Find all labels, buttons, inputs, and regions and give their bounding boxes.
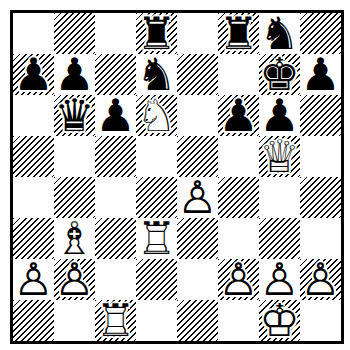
square-h1[interactable]: [300, 300, 341, 341]
square-b6[interactable]: ♛: [54, 95, 95, 136]
piece-outline: ♖: [95, 300, 136, 341]
piece-outline: ♙: [13, 259, 54, 300]
white-pawn-e4[interactable]: ♟♙: [177, 177, 218, 218]
piece-outline: ♕: [259, 136, 300, 177]
square-g1[interactable]: ♚♔: [259, 300, 300, 341]
white-knight-d6[interactable]: ♞♘: [136, 95, 177, 136]
square-h6[interactable]: [300, 95, 341, 136]
white-rook-c1[interactable]: ♜♖: [95, 300, 136, 341]
black-queen-b6[interactable]: ♛: [54, 95, 95, 136]
piece-glyph: ♟: [95, 95, 136, 136]
piece-glyph: ♛: [54, 95, 95, 136]
square-e3[interactable]: [177, 218, 218, 259]
white-pawn-a2[interactable]: ♟♙: [13, 259, 54, 300]
square-c8[interactable]: [95, 13, 136, 54]
square-a1[interactable]: [13, 300, 54, 341]
square-f5[interactable]: [218, 136, 259, 177]
square-d2[interactable]: [136, 259, 177, 300]
square-h4[interactable]: [300, 177, 341, 218]
piece-outline: ♙: [218, 259, 259, 300]
white-king-g1[interactable]: ♚♔: [259, 300, 300, 341]
square-e4[interactable]: ♟♙: [177, 177, 218, 218]
square-a5[interactable]: [13, 136, 54, 177]
square-f2[interactable]: ♟♙: [218, 259, 259, 300]
white-pawn-f2[interactable]: ♟♙: [218, 259, 259, 300]
square-e2[interactable]: [177, 259, 218, 300]
square-f1[interactable]: [218, 300, 259, 341]
square-g5[interactable]: ♛♕: [259, 136, 300, 177]
chess-board: ♜♜♞♟♟♞♚♟♛♟♞♘♟♟♛♕♟♙♝♗♜♖♟♙♟♙♟♙♟♙♟♙♜♖♚♔: [10, 10, 344, 344]
square-g4[interactable]: [259, 177, 300, 218]
square-d5[interactable]: [136, 136, 177, 177]
square-e6[interactable]: [177, 95, 218, 136]
square-f6[interactable]: ♟: [218, 95, 259, 136]
square-e8[interactable]: [177, 13, 218, 54]
square-b1[interactable]: [54, 300, 95, 341]
square-f8[interactable]: ♜: [218, 13, 259, 54]
white-pawn-b2[interactable]: ♟♙: [54, 259, 95, 300]
black-pawn-f6[interactable]: ♟: [218, 95, 259, 136]
square-f4[interactable]: [218, 177, 259, 218]
board-grid: ♜♜♞♟♟♞♚♟♛♟♞♘♟♟♛♕♟♙♝♗♜♖♟♙♟♙♟♙♟♙♟♙♜♖♚♔: [13, 13, 341, 341]
square-b2[interactable]: ♟♙: [54, 259, 95, 300]
white-queen-g5[interactable]: ♛♕: [259, 136, 300, 177]
black-pawn-c6[interactable]: ♟: [95, 95, 136, 136]
square-b5[interactable]: [54, 136, 95, 177]
piece-outline: ♔: [259, 300, 300, 341]
black-pawn-a7[interactable]: ♟: [13, 54, 54, 95]
square-h2[interactable]: ♟♙: [300, 259, 341, 300]
square-e7[interactable]: [177, 54, 218, 95]
square-a6[interactable]: [13, 95, 54, 136]
square-a7[interactable]: ♟: [13, 54, 54, 95]
piece-glyph: ♟: [13, 54, 54, 95]
piece-glyph: ♟: [300, 54, 341, 95]
black-rook-f8[interactable]: ♜: [218, 13, 259, 54]
square-c4[interactable]: [95, 177, 136, 218]
piece-outline: ♖: [136, 218, 177, 259]
square-a2[interactable]: ♟♙: [13, 259, 54, 300]
piece-outline: ♘: [136, 95, 177, 136]
piece-outline: ♙: [300, 259, 341, 300]
square-d1[interactable]: [136, 300, 177, 341]
black-pawn-h7[interactable]: ♟: [300, 54, 341, 95]
piece-outline: ♙: [54, 259, 95, 300]
square-c6[interactable]: ♟: [95, 95, 136, 136]
square-c5[interactable]: [95, 136, 136, 177]
piece-glyph: ♜: [218, 13, 259, 54]
square-d3[interactable]: ♜♖: [136, 218, 177, 259]
square-d6[interactable]: ♞♘: [136, 95, 177, 136]
square-c1[interactable]: ♜♖: [95, 300, 136, 341]
square-c3[interactable]: [95, 218, 136, 259]
square-h5[interactable]: [300, 136, 341, 177]
square-e1[interactable]: [177, 300, 218, 341]
piece-glyph: ♟: [218, 95, 259, 136]
square-h7[interactable]: ♟: [300, 54, 341, 95]
white-pawn-h2[interactable]: ♟♙: [300, 259, 341, 300]
square-a4[interactable]: [13, 177, 54, 218]
white-rook-d3[interactable]: ♜♖: [136, 218, 177, 259]
piece-outline: ♙: [177, 177, 218, 218]
